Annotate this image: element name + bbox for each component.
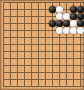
black-stone [49, 6, 56, 13]
white-stone [63, 13, 70, 20]
white-stone [77, 27, 84, 34]
white-stone [63, 27, 70, 34]
black-stone [63, 20, 70, 27]
stone-grid [0, 0, 84, 90]
black-stone [70, 13, 77, 20]
white-stone [70, 20, 77, 27]
black-stone [56, 20, 63, 27]
white-stone [56, 6, 63, 13]
black-stone [70, 6, 77, 13]
white-stone [70, 27, 77, 34]
black-stone [49, 20, 56, 27]
white-stone [56, 13, 63, 20]
go-board-screenshot [0, 0, 84, 90]
black-stone [77, 20, 84, 27]
go-board[interactable] [0, 0, 84, 90]
black-stone [77, 6, 84, 13]
black-stone [77, 13, 84, 20]
white-stone [56, 27, 63, 34]
